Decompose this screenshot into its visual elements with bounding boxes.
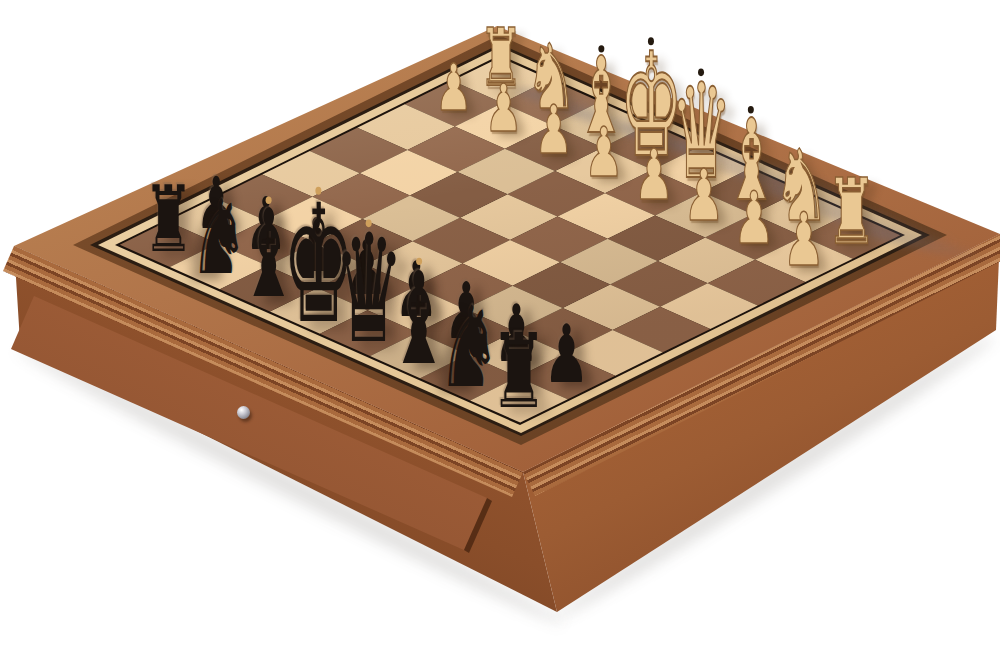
chess-set-photo: ♜♞♝♛♚♝♞♜♟♟♟♟♟♟♟♟♟♟♟♟♟♟♟♟♜♞♝♛♚♝♞♜ bbox=[0, 0, 1000, 656]
drawer-knob bbox=[237, 406, 250, 419]
